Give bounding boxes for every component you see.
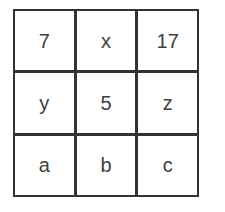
grid-cell-r0c2: 17 <box>138 11 197 70</box>
grid-cell-r1c2: z <box>138 73 197 132</box>
grid-cell-r2c1: b <box>77 136 136 195</box>
grid-cell-r1c1: 5 <box>77 73 136 132</box>
grid-cell-r0c0: 7 <box>15 11 74 70</box>
grid-cell-r1c0: y <box>15 73 74 132</box>
puzzle-grid: 7 x 17 y 5 z a b c <box>13 9 199 197</box>
grid-cell-r2c2: c <box>138 136 197 195</box>
grid-cell-r0c1: x <box>77 11 136 70</box>
grid-cell-r2c0: a <box>15 136 74 195</box>
